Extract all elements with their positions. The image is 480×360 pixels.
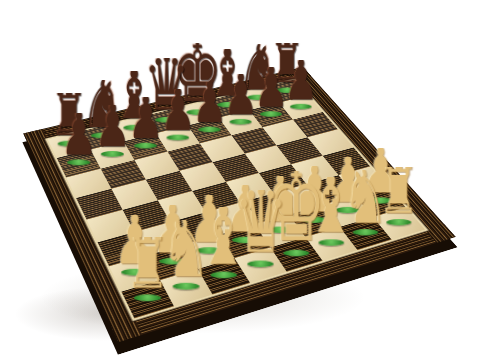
pieces-layer: ♜♞♝♛♚♝♞♜♟♟♟♟♟♟♟♟♟♟♟♟♟♟♟♟♜♞♝♛♚♝♞♜ <box>48 80 425 319</box>
photo-scene: ♜♞♝♛♚♝♞♜♟♟♟♟♟♟♟♟♟♟♟♟♟♟♟♟♜♞♝♛♚♝♞♜ <box>0 0 480 360</box>
chess-board: ♜♞♝♛♚♝♞♜♟♟♟♟♟♟♟♟♟♟♟♟♟♟♟♟♜♞♝♛♚♝♞♜ <box>23 67 456 342</box>
piece-black-pawn-a7[interactable]: ♟ <box>57 150 101 178</box>
rook-icon: ♜ <box>100 237 196 299</box>
pawn-icon: ♟ <box>38 113 120 164</box>
